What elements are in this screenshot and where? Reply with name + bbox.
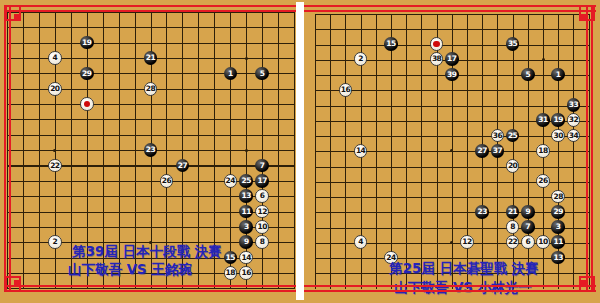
book-spread: 1234567891011121314151617181920212223242… (0, 0, 600, 303)
stone-black-33: 33 (567, 98, 581, 112)
stone-black-5: 5 (521, 68, 535, 82)
star-point (450, 149, 453, 152)
right-diagram-title: 第25屆 日本碁聖戰 決賽 (375, 260, 553, 278)
stone-black-25: 25 (506, 129, 520, 143)
stone-white-14: 14 (354, 144, 368, 158)
stone-black-19: 19 (80, 36, 94, 50)
stone-white-lastmove-redmark (80, 97, 94, 111)
stone-white-26: 26 (536, 174, 550, 188)
stone-black-11: 11 (239, 205, 253, 219)
stone-white-8: 8 (506, 220, 520, 234)
stone-black-9: 9 (521, 205, 535, 219)
stone-black-1: 1 (224, 67, 238, 81)
stone-white-lastmove-redmark (430, 37, 444, 51)
frame-left-outer (4, 5, 6, 292)
stone-white-10: 10 (255, 220, 269, 234)
stone-black-25: 25 (239, 174, 253, 188)
stone-white-32: 32 (567, 113, 581, 127)
stone-white-22: 22 (48, 159, 62, 173)
go-board-right: 1234567891011121314151617181920212223242… (315, 14, 590, 290)
stone-black-35: 35 (506, 37, 520, 51)
stone-black-13: 13 (239, 189, 253, 203)
stone-white-18: 18 (224, 266, 238, 280)
star-point (450, 241, 453, 244)
stone-black-5: 5 (255, 67, 269, 81)
stone-white-4: 4 (354, 235, 368, 249)
stone-white-12: 12 (460, 235, 474, 249)
stone-black-21: 21 (506, 205, 520, 219)
stone-white-6: 6 (255, 189, 269, 203)
left-diagram-players: 山下敬吾 VS 王銘琬 (50, 261, 210, 279)
stone-white-36: 36 (491, 129, 505, 143)
stone-black-29: 29 (551, 205, 565, 219)
frame-corner-ornament-br-dot (580, 280, 586, 286)
stone-white-12: 12 (255, 205, 269, 219)
stone-black-11: 11 (551, 235, 565, 249)
stone-black-3: 3 (551, 220, 565, 234)
left-diagram-title: 第39屆 日本十段戰 決賽 (58, 243, 236, 261)
frame-corner-ornament-bl-dot (14, 280, 20, 286)
stone-black-37: 37 (491, 144, 505, 158)
right-diagram-players: 山下敬吾 VS 小林光一 (378, 279, 548, 297)
stone-white-38: 38 (430, 52, 444, 66)
stone-white-24: 24 (224, 174, 238, 188)
stone-black-15: 15 (384, 37, 398, 51)
stone-black-19: 19 (551, 113, 565, 127)
stone-black-3: 3 (239, 220, 253, 234)
star-point (53, 149, 56, 152)
stone-black-23: 23 (144, 143, 158, 157)
star-point (542, 58, 545, 61)
stone-white-28: 28 (144, 82, 158, 96)
stone-black-21: 21 (144, 51, 158, 65)
page-fold-gutter (296, 2, 304, 300)
stone-white-34: 34 (567, 129, 581, 143)
stone-black-39: 39 (445, 68, 459, 82)
stone-black-23: 23 (475, 205, 489, 219)
stone-black-29: 29 (80, 67, 94, 81)
stone-black-7: 7 (255, 159, 269, 173)
stone-white-4: 4 (48, 51, 62, 65)
stone-white-16: 16 (239, 266, 253, 280)
stone-white-30: 30 (551, 129, 565, 143)
stone-black-13: 13 (551, 251, 565, 265)
stone-white-28: 28 (551, 190, 565, 204)
stone-white-20: 20 (506, 159, 520, 173)
stone-white-18: 18 (536, 144, 550, 158)
stone-black-7: 7 (521, 220, 535, 234)
stone-white-20: 20 (48, 82, 62, 96)
stone-white-10: 10 (536, 235, 550, 249)
stone-black-27: 27 (475, 144, 489, 158)
stone-white-26: 26 (160, 174, 174, 188)
frame-left-inner (9, 5, 11, 292)
stone-white-8: 8 (255, 235, 269, 249)
stone-white-14: 14 (239, 251, 253, 265)
stone-black-27: 27 (176, 159, 190, 173)
star-point (245, 149, 248, 152)
frame-right-inner (586, 5, 588, 292)
stone-white-2: 2 (354, 52, 368, 66)
frame-right-outer (591, 5, 593, 292)
stone-white-6: 6 (521, 235, 535, 249)
frame-corner-ornament-tr-dot (580, 14, 586, 20)
star-point (245, 57, 248, 60)
stone-black-9: 9 (239, 235, 253, 249)
stone-black-17: 17 (255, 174, 269, 188)
stone-white-16: 16 (339, 83, 353, 97)
frame-corner-ornament-tl-dot (14, 14, 20, 20)
stone-black-17: 17 (445, 52, 459, 66)
stone-black-31: 31 (536, 113, 550, 127)
stone-black-1: 1 (551, 68, 565, 82)
stone-white-22: 22 (506, 235, 520, 249)
